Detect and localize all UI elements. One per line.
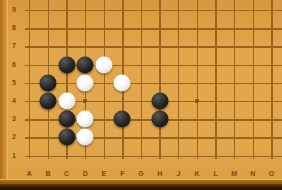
stone-black-C2[interactable] [58,129,75,146]
row-label-1: 1 [8,152,20,160]
column-label-E: E [98,169,110,178]
stone-black-B5[interactable] [39,74,56,91]
row-label-5: 5 [8,79,20,87]
row-label-2: 2 [8,133,20,141]
stone-black-F3[interactable] [114,111,131,128]
row-label-6: 6 [8,61,20,69]
stone-black-B4[interactable] [39,92,56,109]
stone-white-E6[interactable] [95,56,112,73]
stone-white-C4[interactable] [58,92,75,109]
stone-black-H3[interactable] [151,111,168,128]
column-label-F: F [116,169,128,178]
star-point-K4 [195,99,199,103]
board-bottom-edge [0,179,282,190]
stone-white-F5[interactable] [114,74,131,91]
stone-white-D2[interactable] [77,129,94,146]
column-label-A: A [23,169,35,178]
column-label-L: L [210,169,222,178]
column-label-N: N [247,169,259,178]
column-label-K: K [191,169,203,178]
go-board[interactable]: 987654321 ABCDEFGHJKLMNO [0,0,282,190]
column-label-J: J [172,169,184,178]
stone-white-D5[interactable] [77,74,94,91]
column-label-O: O [265,169,277,178]
stone-black-C3[interactable] [58,111,75,128]
row-label-4: 4 [8,97,20,105]
column-label-B: B [42,169,54,178]
stone-black-D6[interactable] [77,56,94,73]
go-board-screenshot: 987654321 ABCDEFGHJKLMNO [0,0,282,190]
row-label-9: 9 [8,6,20,14]
row-label-8: 8 [8,24,20,32]
row-label-3: 3 [8,115,20,123]
row-label-7: 7 [8,42,20,50]
star-point-D4 [83,99,87,103]
column-label-G: G [135,169,147,178]
stone-white-D3[interactable] [77,111,94,128]
stone-black-H4[interactable] [151,92,168,109]
column-label-M: M [228,169,240,178]
column-label-D: D [79,169,91,178]
column-label-C: C [61,169,73,178]
column-label-H: H [154,169,166,178]
board-left-edge [0,0,8,182]
stone-black-C6[interactable] [58,56,75,73]
